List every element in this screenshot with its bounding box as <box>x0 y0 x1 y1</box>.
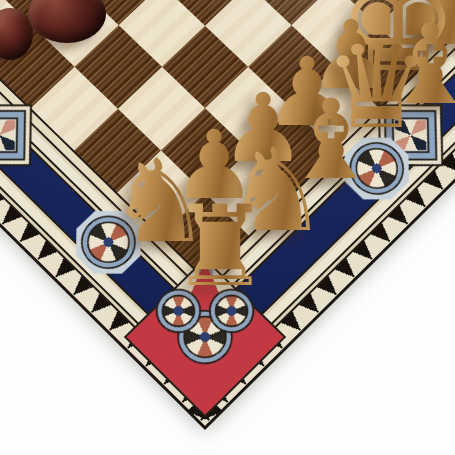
chessboard-photo: ♟♚♟♝♛♟♟♝♟♞♞♜ <box>0 0 455 455</box>
chess-piece-dark-pawn <box>28 0 106 43</box>
chess-piece-light-rook: ♜ <box>170 190 270 302</box>
pieces-layer: ♟♚♟♝♛♟♟♝♟♞♞♜ <box>0 0 455 455</box>
